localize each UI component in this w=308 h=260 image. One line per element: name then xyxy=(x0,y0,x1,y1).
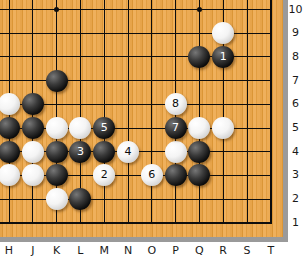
move-2-white-M3[interactable]: 2 xyxy=(93,164,115,186)
col-label-K: K xyxy=(47,244,67,258)
stone-white-H3[interactable] xyxy=(0,164,20,186)
stone-white-K5[interactable] xyxy=(46,117,68,139)
col-label-Q: Q xyxy=(189,244,209,258)
stone-black-H5[interactable] xyxy=(0,117,20,139)
col-label-N: N xyxy=(118,244,138,258)
stone-white-H6[interactable] xyxy=(0,93,20,115)
grid-line-row-7 xyxy=(0,80,272,81)
grid-line-row-10 xyxy=(0,9,272,10)
stone-black-K4[interactable] xyxy=(46,141,68,163)
go-board[interactable]: 12345678 xyxy=(0,0,283,237)
row-label-3: 3 xyxy=(287,168,304,182)
star-point-Q10 xyxy=(197,7,202,12)
stone-black-Q3[interactable] xyxy=(188,164,210,186)
row-label-4: 4 xyxy=(287,145,304,159)
col-label-L: L xyxy=(70,244,90,258)
move-number: 5 xyxy=(101,121,108,134)
move-number: 8 xyxy=(172,97,179,110)
stone-white-R9[interactable] xyxy=(212,22,234,44)
move-number: 6 xyxy=(148,168,155,181)
row-label-6: 6 xyxy=(287,97,304,111)
move-3-black-L4[interactable]: 3 xyxy=(69,141,91,163)
star-point-K10 xyxy=(54,7,59,12)
stone-white-K2[interactable] xyxy=(46,188,68,210)
row-label-8: 8 xyxy=(287,50,304,64)
col-label-S: S xyxy=(237,244,257,258)
stone-black-K3[interactable] xyxy=(46,164,68,186)
col-label-R: R xyxy=(213,244,233,258)
grid-line-row-1 xyxy=(0,222,272,224)
stone-black-H4[interactable] xyxy=(0,141,20,163)
stone-black-Q8[interactable] xyxy=(188,46,210,68)
stone-white-J3[interactable] xyxy=(22,164,44,186)
row-label-7: 7 xyxy=(287,74,304,88)
move-4-white-N4[interactable]: 4 xyxy=(117,141,139,163)
stone-black-J5[interactable] xyxy=(22,117,44,139)
move-number: 1 xyxy=(220,50,227,63)
col-label-J: J xyxy=(23,244,43,258)
stone-white-P4[interactable] xyxy=(165,141,187,163)
stone-black-J6[interactable] xyxy=(22,93,44,115)
stone-white-Q5[interactable] xyxy=(188,117,210,139)
move-5-black-M5[interactable]: 5 xyxy=(93,117,115,139)
stone-white-J4[interactable] xyxy=(22,141,44,163)
col-label-T: T xyxy=(261,244,281,258)
row-label-9: 9 xyxy=(287,26,304,40)
row-label-1: 1 xyxy=(287,216,304,230)
col-label-M: M xyxy=(94,244,114,258)
move-number: 3 xyxy=(77,145,84,158)
move-8-white-P6[interactable]: 8 xyxy=(165,93,187,115)
stone-black-Q4[interactable] xyxy=(188,141,210,163)
move-number: 7 xyxy=(172,121,179,134)
stone-white-L5[interactable] xyxy=(69,117,91,139)
stone-black-L2[interactable] xyxy=(69,188,91,210)
stone-black-M4[interactable] xyxy=(93,141,115,163)
frame-bar-bottom xyxy=(0,237,288,242)
col-label-O: O xyxy=(142,244,162,258)
move-1-black-R8[interactable]: 1 xyxy=(212,46,234,68)
go-diagram: 12345678 HJKLMNOPQRST 10987654321 xyxy=(0,0,308,260)
stone-white-R5[interactable] xyxy=(212,117,234,139)
move-7-black-P5[interactable]: 7 xyxy=(165,117,187,139)
row-label-2: 2 xyxy=(287,192,304,206)
col-label-H: H xyxy=(0,244,19,258)
col-label-P: P xyxy=(166,244,186,258)
grid-line-row-2 xyxy=(0,199,272,200)
move-number: 2 xyxy=(101,168,108,181)
move-number: 4 xyxy=(125,145,132,158)
stone-black-P3[interactable] xyxy=(165,164,187,186)
row-label-5: 5 xyxy=(287,121,304,135)
stone-black-K7[interactable] xyxy=(46,70,68,92)
move-6-white-O3[interactable]: 6 xyxy=(141,164,163,186)
row-label-10: 10 xyxy=(287,3,304,17)
